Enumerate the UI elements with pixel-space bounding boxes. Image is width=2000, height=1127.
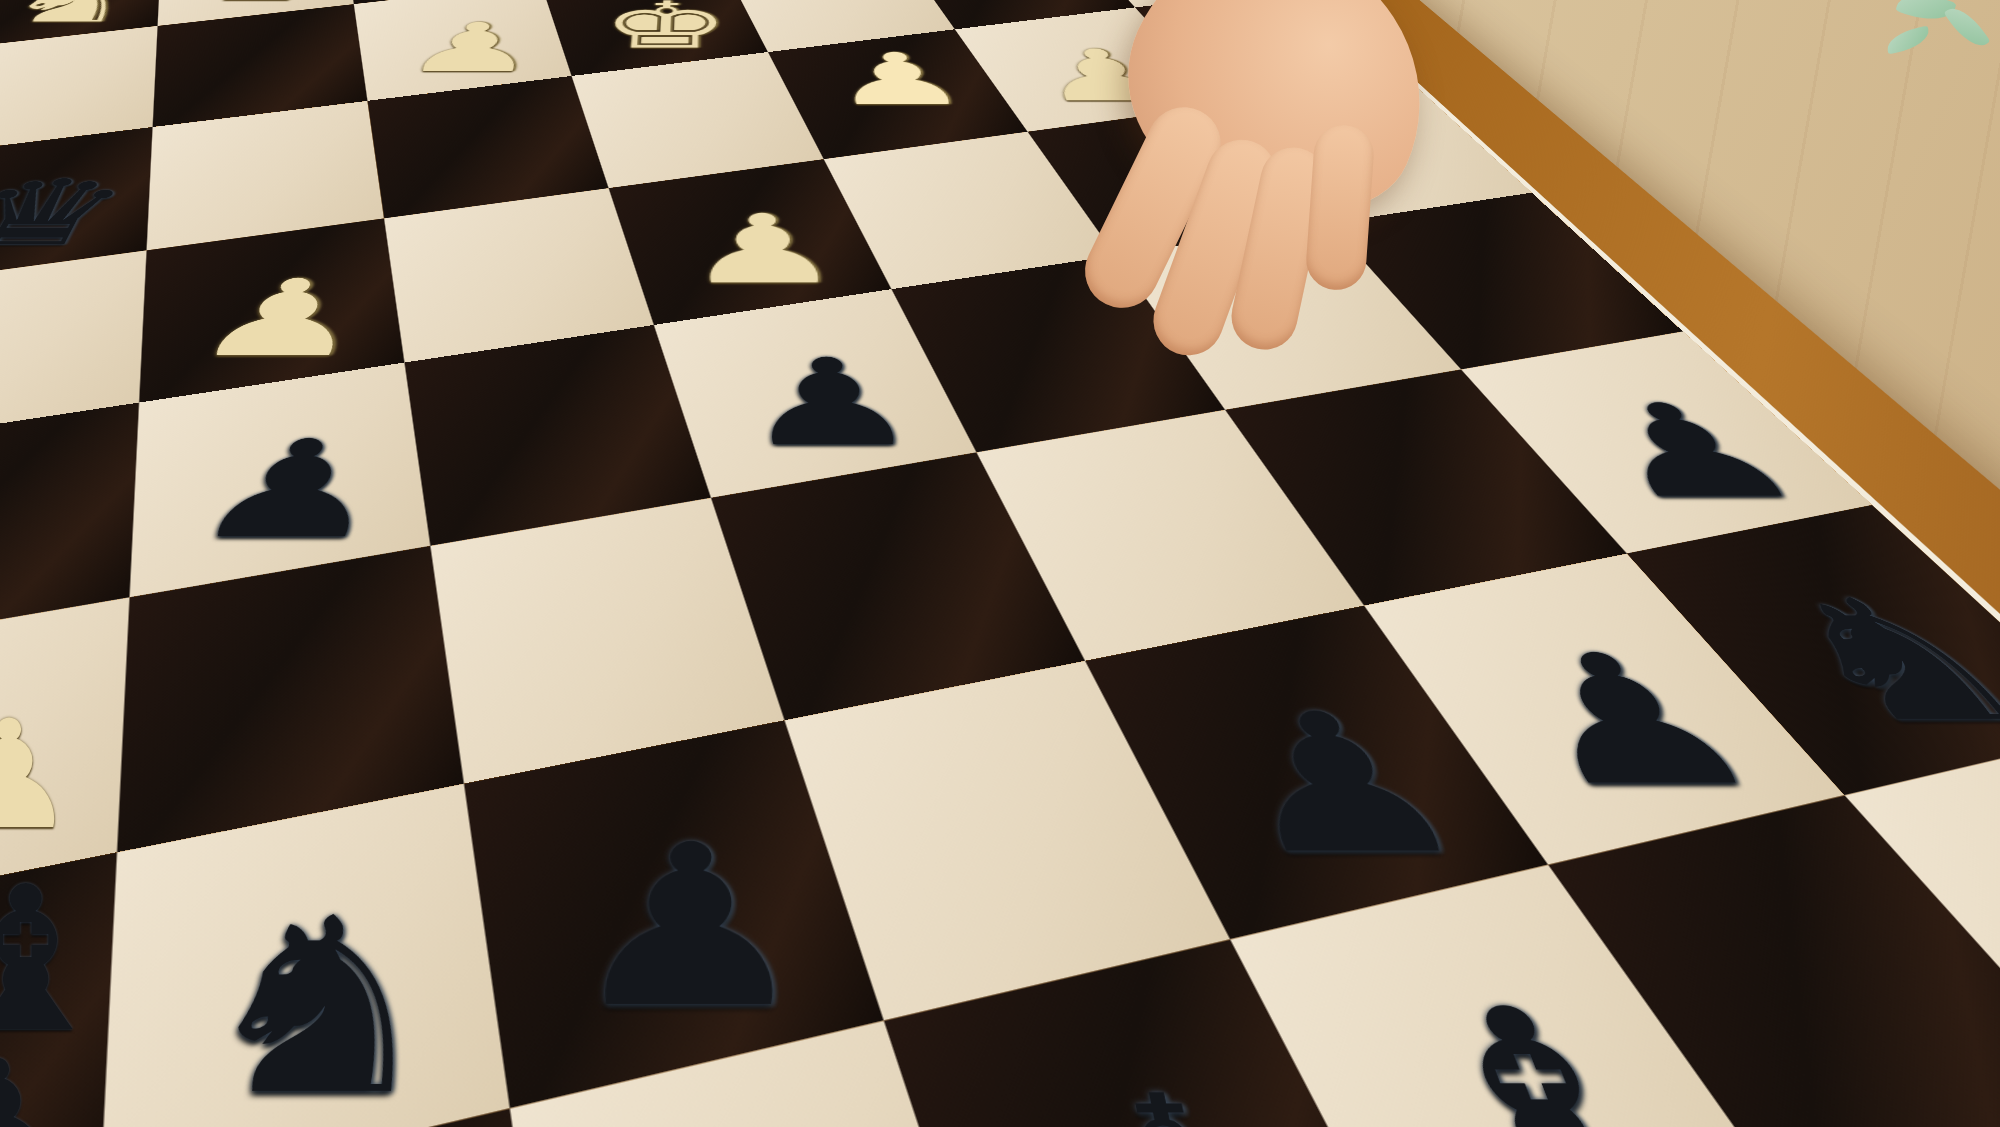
black-knight-a7[interactable]: ♞ (1743, 578, 2000, 745)
white-pawn-e2[interactable]: ♟ (396, 14, 545, 82)
chess-board-wrap: ♜♞♝♛♝♞♜♟♚♟♟♛♟♟♟♟♝♟♟♟♟♞♟♟♟♞♜♚♝ (0, 0, 2000, 1127)
white-king-d2[interactable]: ♚ (597, 0, 731, 58)
plant-leaf (1944, 0, 1991, 54)
black-pawn-f5[interactable]: ♟ (177, 423, 403, 558)
black-pawn-d5[interactable]: ♟ (741, 343, 927, 463)
white-pawn-f4[interactable]: ♟ (181, 266, 382, 372)
chess-board-grid: ♜♞♝♛♝♞♜♟♚♟♟♛♟♟♟♟♝♟♟♟♟♞♟♟♟♞♜♚♝ (0, 0, 2000, 1127)
black-queen-g3[interactable]: ♛ (0, 168, 143, 258)
black-pawn-e7[interactable]: ♟ (559, 816, 815, 1040)
plant-leaf (1884, 26, 1931, 55)
chess-scene: ♜♞♝♛♝♞♜♟♚♟♟♛♟♟♟♟♝♟♟♟♟♞♟♟♟♞♜♚♝ ♟ ♝ ♟ (0, 0, 2000, 1127)
black-knight-f7[interactable]: ♞ (166, 887, 466, 1127)
white-knight-g1[interactable]: ♞ (0, 0, 154, 31)
white-pawn-d4[interactable]: ♟ (683, 202, 847, 298)
board-wooden-frame: ♜♞♝♛♝♞♜♟♚♟♟♛♟♟♟♟♝♟♟♟♟♞♟♟♟♞♜♚♝ (0, 0, 2000, 1127)
captured-black-pawn[interactable]: ♟ (0, 1040, 64, 1127)
white-pawn-b3[interactable]: ♟ (1026, 40, 1187, 111)
white-pawn-c3[interactable]: ♟ (826, 44, 974, 116)
captured-white-pawn[interactable]: ♟ (0, 700, 76, 850)
black-pawn-a6[interactable]: ♟ (1561, 388, 1829, 516)
black-bishop-b4[interactable]: ♝ (1106, 145, 1290, 231)
